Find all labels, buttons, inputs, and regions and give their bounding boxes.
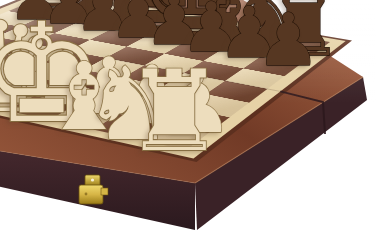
pieces-layer: ♜♞♝♛♚♝♞♜♟♟♟♟♟♟♟♟♟♟♟♟♟♟♟♟♜♞♝♛♚♝♞♜ — [0, 0, 376, 234]
piece-white-rook-h1: ♜ — [62, 56, 285, 168]
chess-set-photo: ♜♞♝♛♚♝♞♜♟♟♟♟♟♟♟♟♟♟♟♟♟♟♟♟♜♞♝♛♚♝♞♜ — [0, 0, 376, 234]
